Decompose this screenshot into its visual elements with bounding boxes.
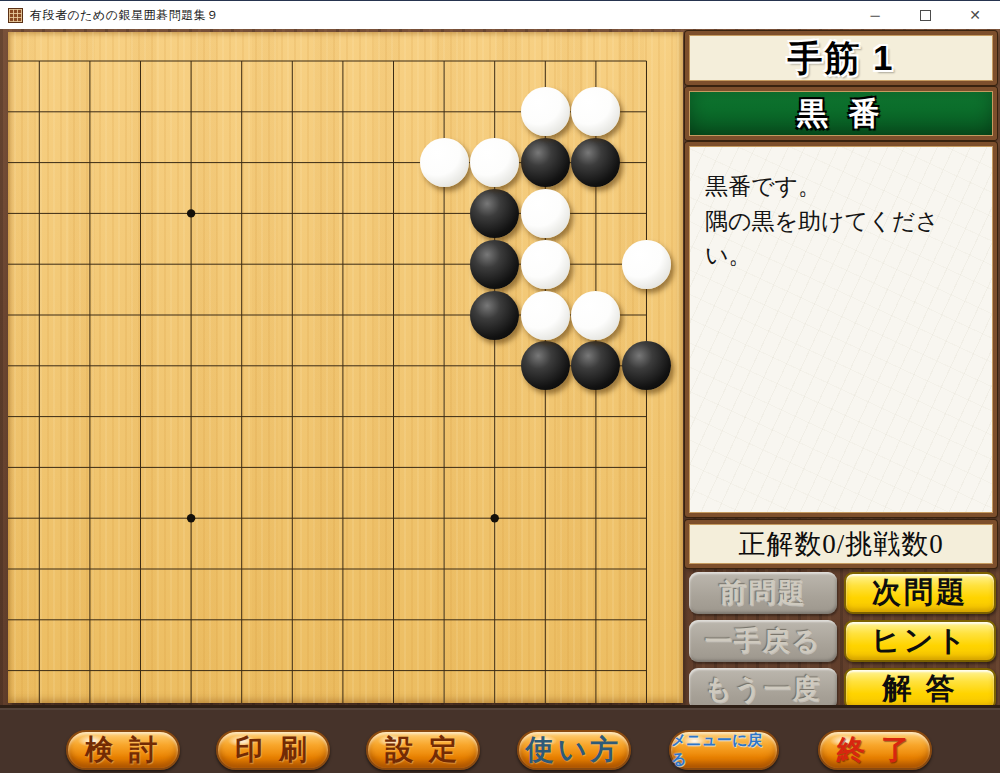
- white-stone: [622, 240, 671, 289]
- window-title: 有段者のための銀星囲碁問題集９: [30, 7, 219, 24]
- answer-button[interactable]: 解 答: [844, 668, 996, 710]
- white-stone: [521, 240, 570, 289]
- settings-label: 設 定: [385, 731, 461, 769]
- howto-label: 使い方: [526, 731, 623, 769]
- black-stone: [521, 341, 570, 390]
- white-stone: [521, 189, 570, 238]
- black-stone: [622, 341, 671, 390]
- howto-button[interactable]: 使い方: [517, 730, 631, 770]
- app-window: { "window": { "title": "有段者のための銀星囲碁問題集９"…: [0, 0, 1000, 773]
- white-stone: [521, 87, 570, 136]
- score-box: 正解数0/挑戦数0: [685, 520, 997, 568]
- print-label: 印 刷: [235, 731, 311, 769]
- window-controls: ─ ✕: [850, 1, 1000, 29]
- minimize-button[interactable]: ─: [850, 1, 900, 29]
- exit-label: 終 了: [837, 731, 913, 769]
- close-button[interactable]: ✕: [950, 1, 1000, 29]
- retry-button: もう一度: [689, 668, 837, 710]
- back-to-menu-label: メニューに戻る: [671, 731, 777, 769]
- prev-problem-button: 前問題: [689, 572, 837, 614]
- go-board[interactable]: [8, 32, 683, 703]
- undo-move-button: 一手戻る: [689, 620, 837, 662]
- problem-title: 手筋 1: [787, 35, 894, 82]
- black-stone: [470, 291, 519, 340]
- message-box: 黒番です。 隅の黒を助けてくださ い。: [685, 142, 997, 517]
- app-icon: [8, 8, 23, 23]
- review-label: 検 討: [85, 731, 161, 769]
- back-to-menu-button[interactable]: メニューに戻る: [669, 730, 779, 770]
- title-bar: 有段者のための銀星囲碁問題集９ ─ ✕: [0, 0, 1000, 29]
- score-text: 正解数0/挑戦数0: [738, 526, 944, 562]
- black-stone: [470, 240, 519, 289]
- black-stone: [470, 189, 519, 238]
- maximize-icon: [920, 10, 931, 21]
- next-problem-button[interactable]: 次問題: [844, 572, 996, 614]
- print-button[interactable]: 印 刷: [216, 730, 330, 770]
- exit-button[interactable]: 終 了: [818, 730, 932, 770]
- hint-button[interactable]: ヒント: [844, 620, 996, 662]
- message-text: 黒番です。 隅の黒を助けてくださ い。: [705, 170, 983, 274]
- black-stone: [521, 138, 570, 187]
- review-button[interactable]: 検 討: [66, 730, 180, 770]
- turn-label: 黒 番: [797, 93, 886, 135]
- maximize-button[interactable]: [900, 1, 950, 29]
- settings-button[interactable]: 設 定: [366, 730, 480, 770]
- turn-indicator-box: 黒 番: [685, 87, 997, 140]
- bottom-bar: 検 討 印 刷 設 定 使い方 メニューに戻る 終 了: [0, 705, 1000, 773]
- white-stone: [521, 291, 570, 340]
- white-stone: [470, 138, 519, 187]
- white-stone: [420, 138, 469, 187]
- problem-title-box: 手筋 1: [685, 31, 997, 85]
- white-stone: [571, 291, 620, 340]
